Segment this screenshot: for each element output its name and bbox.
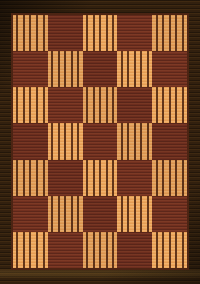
orange-square-stripe — [169, 232, 171, 268]
board-square-r5c2 — [48, 160, 83, 196]
orange-square-stripe — [16, 232, 18, 268]
board-square-r5c4 — [117, 160, 152, 196]
orange-square-stripe — [99, 160, 101, 196]
orange-square-stripe — [23, 232, 25, 268]
board-square-r1c1 — [13, 15, 48, 51]
orange-square-stripe — [106, 15, 108, 51]
orange-square-stripe — [147, 123, 149, 159]
board-square-r4c1 — [13, 123, 48, 159]
orange-square-stripe — [147, 51, 149, 87]
orange-square-stripe — [140, 123, 142, 159]
orange-square-stripe — [99, 87, 101, 123]
orange-square-stripe — [140, 51, 142, 87]
orange-square-stripe — [93, 15, 95, 51]
orange-square-stripe — [162, 15, 164, 51]
orange-square-stripe — [169, 160, 171, 196]
orange-square-stripe — [106, 160, 108, 196]
orange-square-stripe — [169, 87, 171, 123]
orange-square-stripe — [93, 87, 95, 123]
board-square-r2c2 — [48, 51, 83, 87]
orange-square-stripe — [175, 232, 177, 268]
orange-square-stripe — [64, 196, 66, 232]
orange-square-stripe — [134, 123, 136, 159]
orange-square-stripe — [147, 196, 149, 232]
orange-square-stripe — [29, 232, 31, 268]
board-square-r3c2 — [48, 87, 83, 123]
board-square-r4c3 — [83, 123, 118, 159]
orange-square-stripe — [16, 160, 18, 196]
orange-square-stripe — [16, 87, 18, 123]
orange-square-stripe — [121, 123, 123, 159]
orange-square-stripe — [156, 15, 158, 51]
board-square-r7c1 — [13, 232, 48, 268]
orange-square-stripe — [43, 232, 45, 268]
orange-square-stripe — [169, 15, 171, 51]
orange-square-stripe — [23, 87, 25, 123]
orange-square-stripe — [36, 160, 38, 196]
orange-square-stripe — [16, 15, 18, 51]
board-square-r3c4 — [117, 87, 152, 123]
orange-square-stripe — [162, 87, 164, 123]
board-square-r1c4 — [117, 15, 152, 51]
orange-square-stripe — [121, 51, 123, 87]
orange-square-stripe — [106, 87, 108, 123]
checkerboard-field — [13, 15, 187, 268]
board-square-r6c1 — [13, 196, 48, 232]
orange-square-stripe — [71, 196, 73, 232]
orange-square-stripe — [51, 51, 53, 87]
orange-square-stripe — [175, 160, 177, 196]
board-square-r4c4 — [117, 123, 152, 159]
board-square-r5c5 — [152, 160, 187, 196]
board-square-r7c4 — [117, 232, 152, 268]
orange-square-stripe — [86, 87, 88, 123]
orange-square-stripe — [182, 232, 184, 268]
orange-square-stripe — [182, 15, 184, 51]
orange-square-stripe — [121, 196, 123, 232]
board-square-r1c3 — [83, 15, 118, 51]
orange-square-stripe — [156, 232, 158, 268]
orange-square-stripe — [182, 160, 184, 196]
orange-square-stripe — [112, 15, 114, 51]
orange-square-stripe — [43, 15, 45, 51]
orange-square-stripe — [58, 123, 60, 159]
orange-square-stripe — [86, 160, 88, 196]
orange-square-stripe — [162, 160, 164, 196]
orange-square-stripe — [51, 123, 53, 159]
orange-square-stripe — [51, 196, 53, 232]
rug-photo — [0, 0, 200, 284]
orange-square-stripe — [36, 232, 38, 268]
orange-square-stripe — [43, 87, 45, 123]
orange-square-stripe — [175, 87, 177, 123]
board-square-r2c4 — [117, 51, 152, 87]
board-square-r3c3 — [83, 87, 118, 123]
orange-square-stripe — [29, 87, 31, 123]
board-square-r3c5 — [152, 87, 187, 123]
orange-square-stripe — [140, 196, 142, 232]
board-square-r5c3 — [83, 160, 118, 196]
board-square-r2c1 — [13, 51, 48, 87]
board-square-r6c3 — [83, 196, 118, 232]
orange-square-stripe — [134, 51, 136, 87]
orange-square-stripe — [43, 160, 45, 196]
orange-square-stripe — [127, 123, 129, 159]
board-square-r6c2 — [48, 196, 83, 232]
orange-square-stripe — [29, 160, 31, 196]
orange-square-stripe — [182, 87, 184, 123]
board-square-r4c5 — [152, 123, 187, 159]
orange-square-stripe — [112, 160, 114, 196]
orange-square-stripe — [23, 15, 25, 51]
board-square-r2c5 — [152, 51, 187, 87]
board-square-r3c1 — [13, 87, 48, 123]
orange-square-stripe — [64, 51, 66, 87]
orange-square-stripe — [64, 123, 66, 159]
orange-square-stripe — [36, 87, 38, 123]
board-square-r2c3 — [83, 51, 118, 87]
board-square-r7c2 — [48, 232, 83, 268]
orange-square-stripe — [86, 15, 88, 51]
orange-square-stripe — [127, 196, 129, 232]
board-square-r1c2 — [48, 15, 83, 51]
orange-square-stripe — [36, 15, 38, 51]
orange-square-stripe — [23, 160, 25, 196]
board-square-r7c3 — [83, 232, 118, 268]
orange-square-stripe — [71, 123, 73, 159]
board-square-r5c1 — [13, 160, 48, 196]
orange-square-stripe — [77, 51, 79, 87]
orange-square-stripe — [156, 87, 158, 123]
orange-square-stripe — [112, 232, 114, 268]
orange-square-stripe — [93, 160, 95, 196]
orange-square-stripe — [77, 123, 79, 159]
orange-square-stripe — [58, 196, 60, 232]
board-square-r6c5 — [152, 196, 187, 232]
orange-square-stripe — [77, 196, 79, 232]
orange-square-stripe — [99, 232, 101, 268]
orange-square-stripe — [99, 15, 101, 51]
board-square-r4c2 — [48, 123, 83, 159]
orange-square-stripe — [162, 232, 164, 268]
board-square-r1c5 — [152, 15, 187, 51]
orange-square-stripe — [175, 15, 177, 51]
board-square-r7c5 — [152, 232, 187, 268]
orange-square-stripe — [58, 51, 60, 87]
orange-square-stripe — [127, 51, 129, 87]
orange-square-stripe — [86, 232, 88, 268]
orange-square-stripe — [112, 87, 114, 123]
orange-square-stripe — [71, 51, 73, 87]
orange-square-stripe — [93, 232, 95, 268]
board-square-r6c4 — [117, 196, 152, 232]
orange-square-stripe — [156, 160, 158, 196]
orange-square-stripe — [134, 196, 136, 232]
orange-square-stripe — [29, 15, 31, 51]
orange-square-stripe — [106, 232, 108, 268]
